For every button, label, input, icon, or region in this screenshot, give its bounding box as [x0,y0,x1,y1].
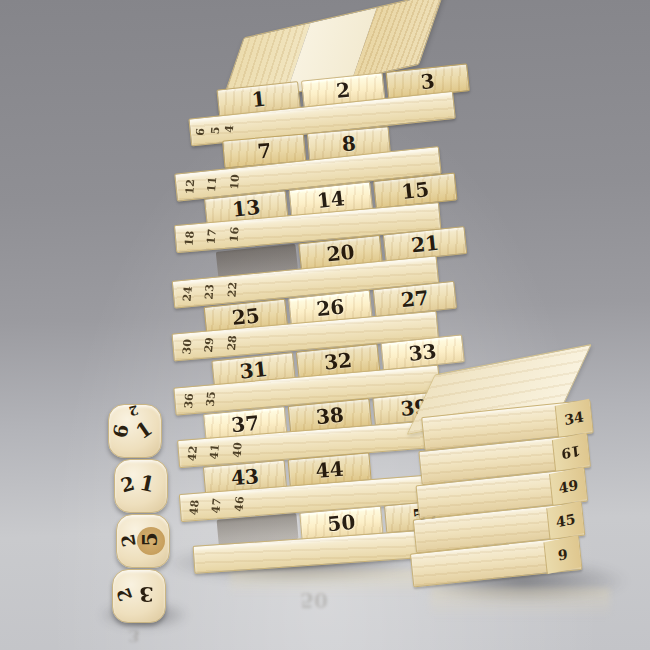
end-number: 4 [223,124,237,133]
block-number: 20 [325,240,355,267]
block-number: 27 [400,286,430,313]
end-number: 24 [181,285,195,301]
stack-number-upside-down: 19 [561,442,582,462]
end-number: 48 [187,499,201,515]
die-face-number: 1 [138,470,158,497]
stack-block-end: 19 [552,433,590,472]
block-number: 1 [250,87,266,112]
block-number: 50 [326,510,356,536]
die-4: 2 3 [112,569,166,623]
end-number: 40 [230,441,244,457]
die-face-number: 2 [118,472,136,497]
plank-end-numbers: 18 17 16 [178,220,243,251]
block-number: 7 [256,138,272,163]
block-number: 38 [315,403,345,430]
block-number: 33 [408,339,438,366]
die-face-number: 2 [112,585,136,604]
block-number: 15 [400,177,430,204]
end-number: 12 [183,178,197,194]
end-number: 16 [227,226,241,242]
die-face-number: 6 [109,423,133,440]
die-3: 2 5 [116,514,170,568]
end-number: 30 [180,338,194,354]
stack-number: 34 [564,408,585,428]
removed-blocks-stack: 34 19 49 45 9 [398,358,630,582]
reflected-number-50: 50 [300,588,328,612]
plank-end-numbers: 48 47 46 [183,490,248,521]
block-number: 43 [230,464,260,490]
block-number: 3 [420,69,436,94]
end-number: 5 [208,126,222,135]
end-number: 23 [203,283,217,299]
photo-scene: 50 3 1 2 3 6 5 4 [0,0,650,650]
die-face-number: 1 [131,416,156,444]
dice-stack: 2 6 1 2 1 2 5 2 3 [98,404,170,624]
plank-end-numbers: 30 29 28 [176,329,241,360]
block-number: 8 [341,131,357,156]
stack-block-end: 9 [543,535,581,574]
end-number: 29 [202,336,216,352]
plank-end-numbers: 24 23 22 [176,275,241,307]
die-2: 2 1 [114,459,168,513]
end-number: 11 [205,176,219,192]
block-number: 32 [323,348,353,375]
stack-number: 49 [558,476,579,496]
die-face-number: 3 [139,582,154,607]
stack-block-end: 34 [555,399,593,438]
stack-number: 9 [557,546,568,564]
die-1: 2 6 1 [108,404,162,458]
end-number: 6 [194,127,208,136]
end-number: 10 [228,173,242,189]
stack-planks: 34 19 49 45 9 [400,404,631,582]
block-number: 21 [410,231,440,258]
block-number: 14 [316,186,346,213]
end-number: 28 [225,334,239,350]
end-number: 35 [204,390,218,406]
reflected-number-3: 3 [128,626,140,646]
end-number: 36 [182,392,196,408]
die-face-number: 2 [127,402,140,419]
stack-block-end: 45 [546,501,584,540]
end-number: 18 [183,230,197,246]
die-face-number: 5 [137,532,162,547]
end-number: 47 [210,497,224,513]
stack-reflection [430,588,610,618]
block-number: 26 [315,294,345,321]
plank-end-numbers: 36 35 [177,385,220,414]
block-number: 2 [335,78,351,103]
end-number: 22 [225,281,239,297]
end-number: 46 [232,495,246,511]
plank-end-numbers: 42 41 40 [181,436,246,467]
block-number: 44 [315,457,345,483]
stack-block-end: 49 [549,467,587,506]
block-tower: 1 2 3 6 5 4 7 8 [148,7,457,29]
end-number: 42 [186,445,200,461]
stack-number: 45 [555,511,576,531]
end-number: 41 [208,443,222,459]
end-number: 17 [205,228,219,244]
